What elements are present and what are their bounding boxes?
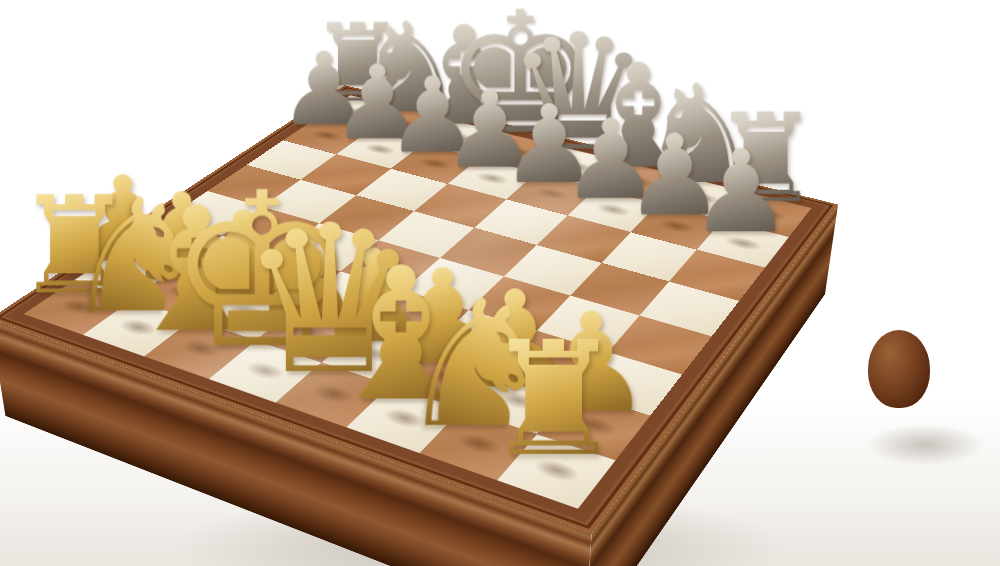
board-frame: ♜♞♝♚♛♝♞♜♟♟♟♟♟♟♟♟♟♟♟♟♟♟♟♟♜♞♝♚♛♝♞♜ [0, 85, 838, 533]
square-a8: ♜ [497, 434, 616, 509]
case-bun-foot [868, 330, 930, 408]
foot-shadow [840, 415, 1000, 475]
piece-white-pawn-a2: ♟ [690, 137, 793, 246]
chess-set-photo: ♜♞♝♚♛♝♞♜♟♟♟♟♟♟♟♟♟♟♟♟♟♟♟♟♜♞♝♚♛♝♞♜ [0, 0, 1000, 566]
chess-case: ♜♞♝♚♛♝♞♜♟♟♟♟♟♟♟♟♟♟♟♟♟♟♟♟♜♞♝♚♛♝♞♜ [0, 85, 838, 533]
square-a2: ♟ [697, 220, 789, 268]
piece-black-rook-a8: ♜ [483, 324, 624, 474]
